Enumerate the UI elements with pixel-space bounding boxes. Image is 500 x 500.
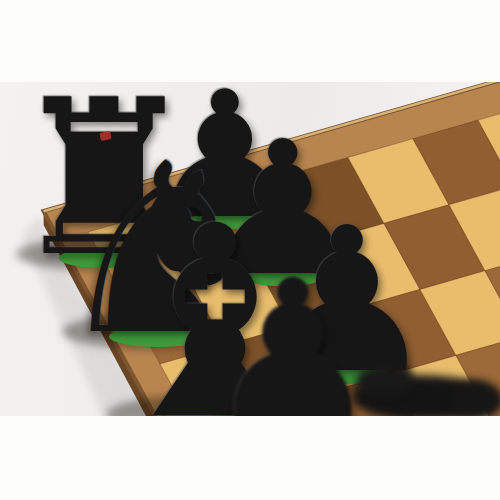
- pieces-layer: ♟♜♟♞♟♝♟: [0, 82, 500, 416]
- defocused-piece-blob-nub[interactable]: [356, 365, 412, 395]
- product-photo-canvas: ♟♜♟♞♟♝♟: [0, 0, 500, 500]
- photo-area: ♟♜♟♞♟♝♟: [0, 82, 500, 416]
- defocused-piece-blob-right[interactable]: [452, 381, 500, 416]
